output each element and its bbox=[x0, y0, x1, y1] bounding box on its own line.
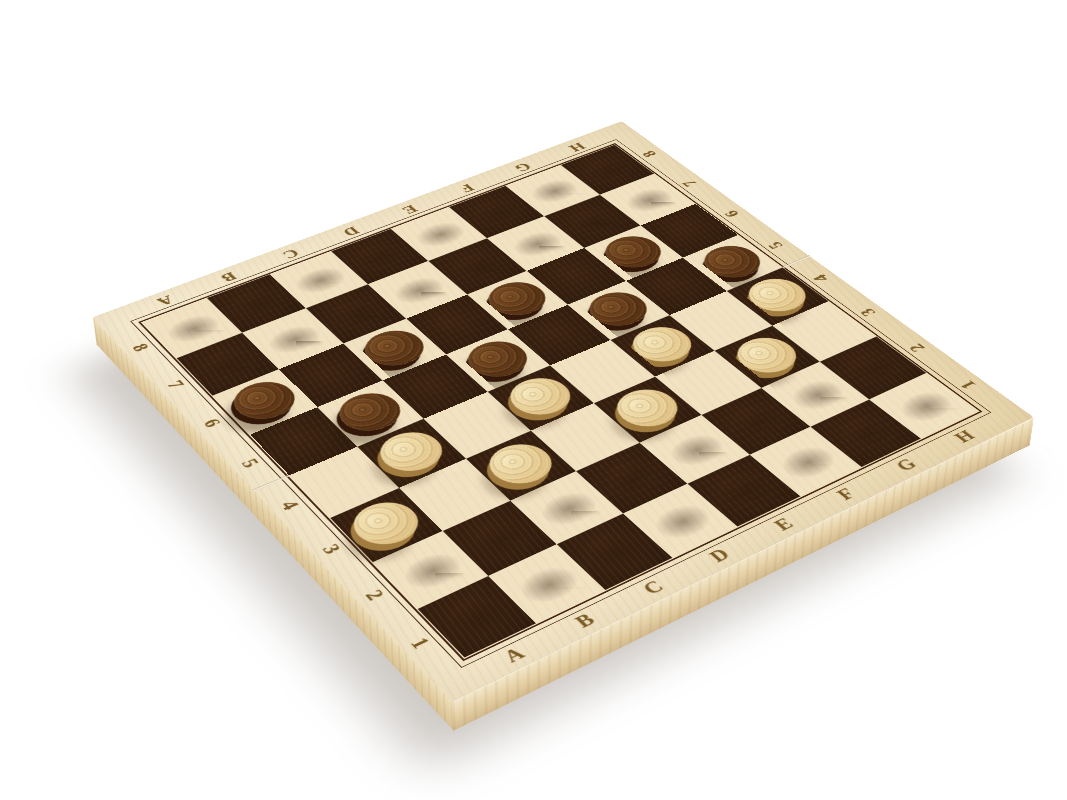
chessboard: ♜♞♝♛♚♝♞♜♟♟♟♟♟♟♟♟♟♟♟♟♟♟♟♟♜♞♝♛♚♞♝♜ AABBCCD… bbox=[92, 121, 1034, 702]
rook-icon: ♜ bbox=[395, 534, 566, 627]
product-photo-scene: ♜♞♝♛♚♝♞♜♟♟♟♟♟♟♟♟♟♟♟♟♟♟♟♟♜♞♝♛♚♞♝♜ AABBCCD… bbox=[0, 0, 1067, 800]
pawn-icon: ♟ bbox=[156, 306, 306, 373]
